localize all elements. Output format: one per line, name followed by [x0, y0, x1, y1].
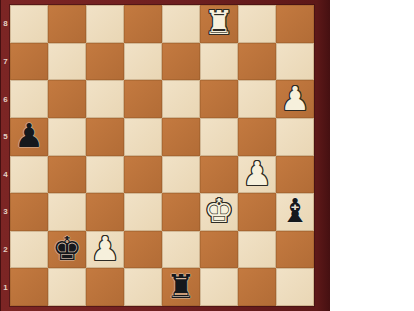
square-g3[interactable] — [238, 193, 276, 231]
chess-board-frame: 87654321 ♜♟♟♟♚♝♚♟♜ — [0, 0, 330, 311]
rank-label-8: 8 — [1, 5, 10, 43]
square-a8[interactable] — [10, 5, 48, 43]
square-c2[interactable]: ♟ — [86, 231, 124, 269]
square-g8[interactable] — [238, 5, 276, 43]
square-c4[interactable] — [86, 156, 124, 194]
square-g5[interactable] — [238, 118, 276, 156]
piece-white-pawn[interactable]: ♟ — [242, 157, 272, 190]
square-h4[interactable] — [276, 156, 314, 194]
rank-label-4: 4 — [1, 156, 10, 194]
square-d7[interactable] — [124, 43, 162, 81]
square-b3[interactable] — [48, 193, 86, 231]
rank-label-7: 7 — [1, 43, 10, 81]
piece-black-rook[interactable]: ♜ — [166, 270, 196, 303]
square-h2[interactable] — [276, 231, 314, 269]
square-e7[interactable] — [162, 43, 200, 81]
rank-label-1: 1 — [1, 268, 10, 306]
square-g2[interactable] — [238, 231, 276, 269]
square-e6[interactable] — [162, 80, 200, 118]
square-d4[interactable] — [124, 156, 162, 194]
piece-white-king[interactable]: ♚ — [204, 194, 234, 227]
square-f4[interactable] — [200, 156, 238, 194]
rank-labels: 87654321 — [1, 5, 10, 306]
square-h5[interactable] — [276, 118, 314, 156]
piece-black-king[interactable]: ♚ — [52, 232, 82, 265]
square-e8[interactable] — [162, 5, 200, 43]
square-c1[interactable] — [86, 268, 124, 306]
square-h1[interactable] — [276, 268, 314, 306]
square-f7[interactable] — [200, 43, 238, 81]
square-e4[interactable] — [162, 156, 200, 194]
piece-black-bishop[interactable]: ♝ — [280, 194, 310, 227]
square-f1[interactable] — [200, 268, 238, 306]
square-h6[interactable]: ♟ — [276, 80, 314, 118]
square-b5[interactable] — [48, 118, 86, 156]
chess-board: ♜♟♟♟♚♝♚♟♜ — [10, 5, 314, 306]
rank-label-3: 3 — [1, 193, 10, 231]
square-c3[interactable] — [86, 193, 124, 231]
square-d2[interactable] — [124, 231, 162, 269]
square-g1[interactable] — [238, 268, 276, 306]
square-g6[interactable] — [238, 80, 276, 118]
square-a6[interactable] — [10, 80, 48, 118]
square-b2[interactable]: ♚ — [48, 231, 86, 269]
rank-label-2: 2 — [1, 231, 10, 269]
square-d8[interactable] — [124, 5, 162, 43]
square-g7[interactable] — [238, 43, 276, 81]
square-a2[interactable] — [10, 231, 48, 269]
square-d1[interactable] — [124, 268, 162, 306]
rank-label-6: 6 — [1, 80, 10, 118]
square-d5[interactable] — [124, 118, 162, 156]
square-e1[interactable]: ♜ — [162, 268, 200, 306]
square-e3[interactable] — [162, 193, 200, 231]
square-f6[interactable] — [200, 80, 238, 118]
square-e5[interactable] — [162, 118, 200, 156]
square-f3[interactable]: ♚ — [200, 193, 238, 231]
square-h8[interactable] — [276, 5, 314, 43]
square-b6[interactable] — [48, 80, 86, 118]
piece-black-pawn[interactable]: ♟ — [14, 119, 44, 152]
square-a3[interactable] — [10, 193, 48, 231]
square-d6[interactable] — [124, 80, 162, 118]
square-h7[interactable] — [276, 43, 314, 81]
square-c6[interactable] — [86, 80, 124, 118]
page: 87654321 ♜♟♟♟♚♝♚♟♜ — [0, 0, 414, 311]
square-f5[interactable] — [200, 118, 238, 156]
square-a1[interactable] — [10, 268, 48, 306]
square-c8[interactable] — [86, 5, 124, 43]
rank-label-5: 5 — [1, 118, 10, 156]
square-g4[interactable]: ♟ — [238, 156, 276, 194]
square-b4[interactable] — [48, 156, 86, 194]
square-a5[interactable]: ♟ — [10, 118, 48, 156]
square-f2[interactable] — [200, 231, 238, 269]
piece-white-pawn[interactable]: ♟ — [280, 82, 310, 115]
square-b8[interactable] — [48, 5, 86, 43]
square-b1[interactable] — [48, 268, 86, 306]
square-f8[interactable]: ♜ — [200, 5, 238, 43]
square-a7[interactable] — [10, 43, 48, 81]
piece-white-rook[interactable]: ♜ — [204, 6, 234, 39]
square-c5[interactable] — [86, 118, 124, 156]
square-e2[interactable] — [162, 231, 200, 269]
square-b7[interactable] — [48, 43, 86, 81]
piece-white-pawn[interactable]: ♟ — [90, 232, 120, 265]
square-a4[interactable] — [10, 156, 48, 194]
square-d3[interactable] — [124, 193, 162, 231]
square-c7[interactable] — [86, 43, 124, 81]
square-h3[interactable]: ♝ — [276, 193, 314, 231]
